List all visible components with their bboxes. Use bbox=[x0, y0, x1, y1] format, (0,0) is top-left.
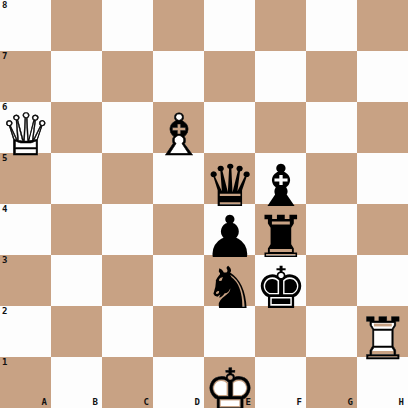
square-e1[interactable]: E♚♔ bbox=[204, 357, 255, 408]
square-b6[interactable] bbox=[51, 102, 102, 153]
white-rook-outline: ♖ bbox=[357, 310, 408, 368]
square-e8[interactable] bbox=[204, 0, 255, 51]
square-g4[interactable] bbox=[306, 204, 357, 255]
square-h4[interactable] bbox=[357, 204, 408, 255]
square-b1[interactable]: B bbox=[51, 357, 102, 408]
square-a2[interactable]: 2 bbox=[0, 306, 51, 357]
square-f3[interactable]: ♚ bbox=[255, 255, 306, 306]
square-g6[interactable] bbox=[306, 102, 357, 153]
square-d1[interactable]: D bbox=[153, 357, 204, 408]
square-e6[interactable] bbox=[204, 102, 255, 153]
black-bishop-f5[interactable]: ♝ bbox=[255, 153, 306, 204]
square-f5[interactable]: ♝ bbox=[255, 153, 306, 204]
black-knight-glyph: ♞ bbox=[204, 259, 256, 317]
square-h5[interactable] bbox=[357, 153, 408, 204]
square-f4[interactable]: ♜ bbox=[255, 204, 306, 255]
square-e7[interactable] bbox=[204, 51, 255, 102]
square-h8[interactable] bbox=[357, 0, 408, 51]
square-b8[interactable] bbox=[51, 0, 102, 51]
square-g2[interactable] bbox=[306, 306, 357, 357]
black-king-f3[interactable]: ♚ bbox=[255, 255, 306, 306]
square-g8[interactable] bbox=[306, 0, 357, 51]
black-king-glyph: ♚ bbox=[255, 259, 307, 317]
white-king-e1[interactable]: ♚♔ bbox=[204, 357, 255, 408]
square-f8[interactable] bbox=[255, 0, 306, 51]
square-d4[interactable] bbox=[153, 204, 204, 255]
square-a3[interactable]: 3 bbox=[0, 255, 51, 306]
rank-label-4: 4 bbox=[2, 205, 7, 214]
square-b2[interactable] bbox=[51, 306, 102, 357]
square-c7[interactable] bbox=[102, 51, 153, 102]
square-g7[interactable] bbox=[306, 51, 357, 102]
square-d6[interactable]: ♝♗ bbox=[153, 102, 204, 153]
rank-label-3: 3 bbox=[2, 256, 7, 265]
square-g1[interactable]: G bbox=[306, 357, 357, 408]
square-b5[interactable] bbox=[51, 153, 102, 204]
file-label-c: C bbox=[144, 398, 149, 407]
file-label-b: B bbox=[93, 398, 98, 407]
square-d3[interactable] bbox=[153, 255, 204, 306]
rank-label-2: 2 bbox=[2, 307, 7, 316]
chess-board: 876♛♕♝♗5♛♝4♟♜3♞♚2♜♖1ABCDE♚♔FGH bbox=[0, 0, 408, 408]
file-label-g: G bbox=[348, 398, 353, 407]
square-b3[interactable] bbox=[51, 255, 102, 306]
square-f7[interactable] bbox=[255, 51, 306, 102]
file-label-f: F bbox=[297, 398, 302, 407]
square-d8[interactable] bbox=[153, 0, 204, 51]
square-a6[interactable]: 6♛♕ bbox=[0, 102, 51, 153]
black-knight-e3[interactable]: ♞ bbox=[204, 255, 255, 306]
square-a7[interactable]: 7 bbox=[0, 51, 51, 102]
square-c3[interactable] bbox=[102, 255, 153, 306]
square-c8[interactable] bbox=[102, 0, 153, 51]
file-label-a: A bbox=[42, 398, 47, 407]
file-label-d: D bbox=[195, 398, 200, 407]
rank-label-1: 1 bbox=[2, 358, 7, 367]
square-f6[interactable] bbox=[255, 102, 306, 153]
square-h3[interactable] bbox=[357, 255, 408, 306]
square-e3[interactable]: ♞ bbox=[204, 255, 255, 306]
square-e5[interactable]: ♛ bbox=[204, 153, 255, 204]
white-rook-h2[interactable]: ♜♖ bbox=[357, 306, 408, 357]
square-h2[interactable]: ♜♖ bbox=[357, 306, 408, 357]
square-c5[interactable] bbox=[102, 153, 153, 204]
square-f1[interactable]: F bbox=[255, 357, 306, 408]
file-label-h: H bbox=[399, 398, 404, 407]
square-h6[interactable] bbox=[357, 102, 408, 153]
white-queen-outline: ♕ bbox=[0, 106, 52, 164]
square-e4[interactable]: ♟ bbox=[204, 204, 255, 255]
square-c4[interactable] bbox=[102, 204, 153, 255]
white-bishop-d6[interactable]: ♝♗ bbox=[153, 102, 204, 153]
square-a4[interactable]: 4 bbox=[0, 204, 51, 255]
square-c1[interactable]: C bbox=[102, 357, 153, 408]
square-a1[interactable]: 1A bbox=[0, 357, 51, 408]
rank-label-8: 8 bbox=[2, 1, 7, 10]
white-queen-a6[interactable]: ♛♕ bbox=[0, 102, 51, 153]
rank-label-7: 7 bbox=[2, 52, 7, 61]
black-rook-f4[interactable]: ♜ bbox=[255, 204, 306, 255]
square-b4[interactable] bbox=[51, 204, 102, 255]
square-g5[interactable] bbox=[306, 153, 357, 204]
square-a8[interactable]: 8 bbox=[0, 0, 51, 51]
square-b7[interactable] bbox=[51, 51, 102, 102]
square-c2[interactable] bbox=[102, 306, 153, 357]
square-d7[interactable] bbox=[153, 51, 204, 102]
square-g3[interactable] bbox=[306, 255, 357, 306]
square-d2[interactable] bbox=[153, 306, 204, 357]
black-queen-e5[interactable]: ♛ bbox=[204, 153, 255, 204]
square-h7[interactable] bbox=[357, 51, 408, 102]
black-pawn-e4[interactable]: ♟ bbox=[204, 204, 255, 255]
white-bishop-outline: ♗ bbox=[153, 106, 205, 164]
white-king-outline: ♔ bbox=[204, 361, 256, 408]
square-c6[interactable] bbox=[102, 102, 153, 153]
